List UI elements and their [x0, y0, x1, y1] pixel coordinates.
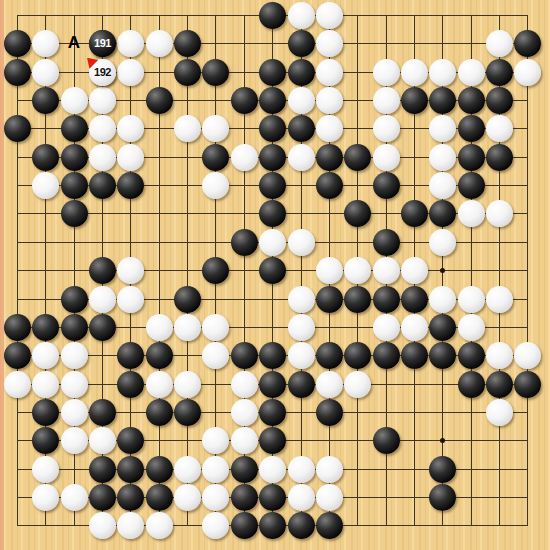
white-stone: [288, 456, 315, 483]
point-label-a: A: [68, 34, 80, 51]
white-stone: [61, 427, 88, 454]
black-stone: [202, 59, 229, 86]
black-stone: [61, 144, 88, 171]
black-stone: [401, 286, 428, 313]
black-stone: [61, 314, 88, 341]
white-stone: [373, 144, 400, 171]
white-stone: [117, 512, 144, 539]
black-stone: [4, 342, 31, 369]
white-stone: [32, 59, 59, 86]
white-stone: [117, 30, 144, 57]
white-stone: [202, 115, 229, 142]
black-stone: [259, 87, 286, 114]
white-stone: [514, 342, 541, 369]
black-stone: [259, 371, 286, 398]
white-stone: [316, 87, 343, 114]
white-stone: [61, 371, 88, 398]
black-stone: [89, 456, 116, 483]
white-stone: [32, 484, 59, 511]
white-stone: [202, 484, 229, 511]
black-stone: [259, 2, 286, 29]
black-stone: [259, 427, 286, 454]
white-stone: [288, 229, 315, 256]
white-stone: [458, 314, 485, 341]
white-stone: [316, 484, 343, 511]
white-stone: [288, 484, 315, 511]
black-stone: [316, 144, 343, 171]
white-stone: [429, 59, 456, 86]
white-stone: [429, 144, 456, 171]
black-stone: [316, 342, 343, 369]
go-board[interactable]: A191192: [0, 0, 550, 550]
white-stone: [288, 342, 315, 369]
white-stone: [401, 314, 428, 341]
black-stone: [316, 172, 343, 199]
black-stone: [458, 371, 485, 398]
black-stone: [288, 371, 315, 398]
black-stone: [401, 87, 428, 114]
white-stone: [259, 456, 286, 483]
white-stone: [514, 59, 541, 86]
wood-grain-edge: [0, 0, 4, 550]
black-stone: [259, 484, 286, 511]
move-number-label: 192: [94, 67, 111, 78]
black-stone: [288, 30, 315, 57]
black-stone: [373, 286, 400, 313]
black-stone: [202, 257, 229, 284]
black-stone: [458, 342, 485, 369]
star-point: [440, 268, 445, 273]
black-stone: [174, 59, 201, 86]
white-stone: [288, 87, 315, 114]
black-stone: [514, 30, 541, 57]
white-stone: [316, 371, 343, 398]
black-stone: [288, 512, 315, 539]
black-stone: [429, 314, 456, 341]
black-stone: [259, 512, 286, 539]
black-stone: [259, 144, 286, 171]
black-stone: [429, 456, 456, 483]
white-stone: [316, 456, 343, 483]
black-stone: [259, 59, 286, 86]
white-stone: [32, 371, 59, 398]
white-stone: [429, 115, 456, 142]
black-stone: [4, 115, 31, 142]
black-stone: [429, 87, 456, 114]
black-stone: [89, 257, 116, 284]
white-stone: [486, 399, 513, 426]
black-stone: [32, 87, 59, 114]
white-stone: [458, 59, 485, 86]
black-stone: [259, 257, 286, 284]
black-stone: [117, 427, 144, 454]
grid-line-vertical: [527, 15, 528, 525]
black-stone: [146, 87, 173, 114]
white-stone: [231, 371, 258, 398]
white-stone: [458, 286, 485, 313]
black-stone: [89, 314, 116, 341]
white-stone: [373, 314, 400, 341]
white-stone: [316, 30, 343, 57]
black-stone: [117, 371, 144, 398]
white-stone: [202, 314, 229, 341]
white-stone: [373, 257, 400, 284]
white-stone: [316, 257, 343, 284]
white-stone: [231, 399, 258, 426]
black-stone: [259, 172, 286, 199]
black-stone: [231, 229, 258, 256]
black-stone: [32, 427, 59, 454]
black-stone: [117, 342, 144, 369]
white-stone: [174, 456, 201, 483]
black-stone: [486, 144, 513, 171]
black-stone: [117, 484, 144, 511]
black-stone: [89, 399, 116, 426]
white-stone: [259, 229, 286, 256]
white-stone: [429, 172, 456, 199]
black-stone: [429, 484, 456, 511]
white-stone: [202, 456, 229, 483]
white-stone: [373, 115, 400, 142]
black-stone: [231, 87, 258, 114]
white-stone: [429, 286, 456, 313]
black-stone: [259, 399, 286, 426]
white-stone: [316, 59, 343, 86]
white-stone: [486, 30, 513, 57]
black-stone: [259, 200, 286, 227]
black-stone: [486, 87, 513, 114]
white-stone: [288, 2, 315, 29]
white-stone: [89, 286, 116, 313]
black-stone: [4, 59, 31, 86]
black-stone: [4, 314, 31, 341]
white-stone: [174, 371, 201, 398]
white-stone: [401, 59, 428, 86]
black-stone: [316, 286, 343, 313]
black-stone: [259, 115, 286, 142]
white-stone: [89, 427, 116, 454]
black-stone: [146, 456, 173, 483]
white-stone: [231, 144, 258, 171]
black-stone: [514, 371, 541, 398]
black-stone: [458, 144, 485, 171]
white-stone: [61, 87, 88, 114]
black-stone: [146, 342, 173, 369]
black-stone: [174, 30, 201, 57]
black-stone: [344, 144, 371, 171]
white-stone: [429, 229, 456, 256]
black-stone: [429, 342, 456, 369]
white-stone: [316, 115, 343, 142]
white-stone: [146, 314, 173, 341]
move-number-label: 191: [94, 38, 111, 49]
white-stone: [89, 512, 116, 539]
black-stone: [344, 286, 371, 313]
white-stone: [288, 286, 315, 313]
white-stone: [458, 200, 485, 227]
black-stone: [344, 200, 371, 227]
black-stone: [288, 115, 315, 142]
black-stone: [117, 172, 144, 199]
white-stone: [344, 257, 371, 284]
black-stone: [146, 484, 173, 511]
black-stone: [401, 342, 428, 369]
white-stone: [486, 342, 513, 369]
white-stone: [61, 342, 88, 369]
black-stone: [373, 427, 400, 454]
black-stone: [373, 342, 400, 369]
black-stone: [61, 286, 88, 313]
white-stone: [117, 286, 144, 313]
black-stone: [316, 512, 343, 539]
white-stone: [89, 87, 116, 114]
white-stone: [288, 144, 315, 171]
white-stone: [486, 115, 513, 142]
white-stone: [117, 257, 144, 284]
black-stone: [231, 512, 258, 539]
black-stone: [4, 30, 31, 57]
black-stone: [89, 484, 116, 511]
white-stone: [146, 371, 173, 398]
black-stone: [486, 59, 513, 86]
white-stone: [401, 257, 428, 284]
black-stone: [174, 399, 201, 426]
white-stone: [316, 2, 343, 29]
black-stone: [344, 342, 371, 369]
white-stone: [486, 200, 513, 227]
black-stone: [231, 456, 258, 483]
white-stone: [373, 59, 400, 86]
white-stone: [202, 512, 229, 539]
white-stone: [32, 30, 59, 57]
white-stone: [32, 172, 59, 199]
black-stone: [458, 172, 485, 199]
black-stone: [373, 229, 400, 256]
black-stone: [202, 144, 229, 171]
black-stone: [32, 314, 59, 341]
white-stone: [174, 115, 201, 142]
black-stone: [373, 172, 400, 199]
black-stone: [458, 87, 485, 114]
white-stone: [373, 87, 400, 114]
white-stone: [61, 399, 88, 426]
white-stone: [32, 342, 59, 369]
white-stone: [4, 371, 31, 398]
white-stone: [89, 144, 116, 171]
black-stone: [61, 115, 88, 142]
white-stone: [486, 286, 513, 313]
white-stone: [146, 512, 173, 539]
black-stone: [174, 286, 201, 313]
black-stone: [486, 371, 513, 398]
black-stone: [231, 484, 258, 511]
white-stone: [61, 484, 88, 511]
white-stone: [174, 484, 201, 511]
black-stone: [32, 144, 59, 171]
black-stone: [32, 399, 59, 426]
white-stone: [117, 115, 144, 142]
white-stone: [117, 59, 144, 86]
black-stone: [458, 115, 485, 142]
white-stone: [231, 427, 258, 454]
white-stone: [202, 172, 229, 199]
go-game-screenshot: A191192: [0, 0, 550, 550]
black-stone: [61, 200, 88, 227]
white-stone: [344, 371, 371, 398]
black-stone: [61, 172, 88, 199]
white-stone: [32, 456, 59, 483]
black-stone-move-191: 191: [89, 30, 116, 57]
black-stone: [259, 342, 286, 369]
star-point: [440, 438, 445, 443]
black-stone: [316, 399, 343, 426]
white-stone: [174, 314, 201, 341]
white-stone: [202, 427, 229, 454]
black-stone: [89, 172, 116, 199]
white-stone: [288, 314, 315, 341]
black-stone: [429, 200, 456, 227]
black-stone: [231, 342, 258, 369]
black-stone: [288, 59, 315, 86]
black-stone: [401, 200, 428, 227]
black-stone: [146, 399, 173, 426]
white-stone: [146, 30, 173, 57]
white-stone: [89, 115, 116, 142]
black-stone: [117, 456, 144, 483]
white-stone: [202, 342, 229, 369]
white-stone: [117, 144, 144, 171]
